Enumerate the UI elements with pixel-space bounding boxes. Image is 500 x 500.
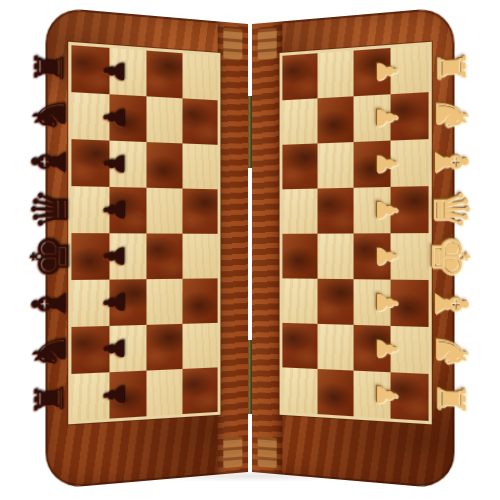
right-knight-row2: ♞	[428, 94, 473, 136]
finger-joint	[258, 436, 277, 468]
square-right-r4c4	[391, 186, 429, 233]
square-right-r8c2	[318, 369, 354, 416]
square-left-r7c2	[109, 325, 146, 372]
square-right-r6c2	[318, 279, 354, 325]
square-left-r1c4	[182, 53, 217, 100]
right-rook-row1: ♜	[431, 48, 470, 85]
square-right-r7c1	[282, 323, 317, 369]
square-right-r8c3	[354, 371, 391, 419]
square-right-r3c1	[282, 143, 317, 189]
left-rook-row1: ♜	[30, 48, 69, 85]
square-right-r1c2	[318, 51, 354, 99]
left-bishop-row3: ♝	[27, 141, 73, 183]
square-right-r1c1	[282, 53, 317, 100]
square-left-r1c2	[109, 48, 146, 96]
square-right-r1c4	[391, 45, 429, 94]
square-left-r4c1	[71, 186, 109, 233]
square-right-r8c1	[282, 367, 317, 414]
square-left-r4c4	[182, 189, 217, 234]
square-left-r8c1	[71, 372, 109, 421]
square-left-r5c1	[71, 233, 109, 280]
square-right-r7c3	[354, 325, 391, 372]
square-right-r2c3	[354, 94, 391, 142]
finger-joint	[223, 436, 242, 468]
left-bishop-row6: ♝	[27, 283, 73, 324]
square-left-r2c1	[71, 92, 109, 140]
square-left-r7c3	[146, 324, 182, 371]
square-right-r3c4	[391, 139, 429, 187]
finger-joint	[258, 28, 277, 60]
square-right-r8c4	[391, 372, 429, 421]
square-right-r6c1	[282, 278, 317, 324]
square-left-r3c3	[146, 142, 182, 189]
left-board-panel: ♜♟♞♟♝♟♛♟♚♟♝♟♞♟♜♟	[45, 7, 248, 490]
square-right-r4c2	[318, 188, 354, 234]
right-rook-row8: ♜	[431, 380, 470, 417]
square-left-r3c1	[71, 139, 109, 187]
square-left-r5c3	[146, 233, 182, 279]
square-right-r5c4	[391, 233, 429, 280]
square-left-r3c4	[182, 143, 217, 189]
left-knight-row2: ♞	[27, 94, 72, 136]
right-panel-spine-edge	[252, 21, 282, 474]
square-right-r7c2	[318, 324, 354, 371]
square-left-r3c2	[109, 141, 146, 188]
square-left-r7c1	[71, 326, 109, 374]
square-left-r1c1	[71, 45, 109, 94]
square-right-r4c3	[354, 187, 391, 234]
left-king-row5: ♚	[23, 233, 75, 280]
square-left-r6c3	[146, 279, 182, 325]
square-left-r8c2	[109, 371, 146, 419]
right-half-checkerboard	[282, 45, 428, 421]
right-bishop-row3: ♝	[428, 141, 474, 183]
square-left-r7c4	[182, 323, 217, 369]
chess-set-product-photo: ♜♟♞♟♝♟♛♟♚♟♝♟♞♟♜♟ ♜♟♞♟♝♟♛♟♚♟♝♟♞♟♜♟	[0, 0, 500, 500]
square-left-r6c1	[71, 280, 109, 327]
square-left-r6c2	[109, 279, 146, 326]
square-right-r7c4	[391, 326, 429, 374]
square-left-r2c4	[182, 98, 217, 144]
left-knight-row7: ♞	[27, 331, 72, 372]
square-left-r5c2	[109, 233, 146, 279]
right-bishop-row6: ♝	[428, 283, 474, 324]
square-right-r1c3	[354, 48, 391, 96]
square-left-r2c2	[109, 94, 146, 142]
square-right-r6c3	[354, 279, 391, 326]
left-queen-row4: ♛	[25, 187, 74, 231]
square-left-r6c4	[182, 278, 217, 324]
square-right-r2c4	[391, 92, 429, 140]
square-right-r2c1	[282, 98, 317, 144]
square-right-r5c3	[354, 233, 391, 279]
square-right-r3c3	[354, 141, 391, 188]
left-rook-row8: ♜	[30, 380, 69, 417]
square-right-r6c4	[391, 280, 429, 327]
square-left-r1c3	[146, 51, 182, 99]
square-right-r3c2	[318, 142, 354, 189]
square-right-r2c2	[318, 96, 354, 143]
square-left-r8c3	[146, 369, 182, 416]
right-board-panel: ♜♟♞♟♝♟♛♟♚♟♝♟♞♟♜♟	[252, 7, 455, 490]
square-left-r4c3	[146, 188, 182, 234]
square-right-r5c1	[282, 234, 317, 279]
right-king-row5: ♚	[424, 233, 476, 280]
left-panel-spine-edge	[218, 21, 248, 474]
square-left-r5c4	[182, 234, 217, 279]
right-queen-row4: ♛	[426, 187, 475, 231]
square-left-r8c4	[182, 367, 217, 414]
square-right-r4c1	[282, 189, 317, 234]
left-half-checkerboard	[71, 45, 217, 421]
square-left-r4c2	[109, 187, 146, 234]
square-right-r5c2	[318, 233, 354, 279]
right-knight-row7: ♞	[428, 331, 473, 372]
finger-joint	[223, 28, 242, 60]
square-left-r2c3	[146, 96, 182, 143]
